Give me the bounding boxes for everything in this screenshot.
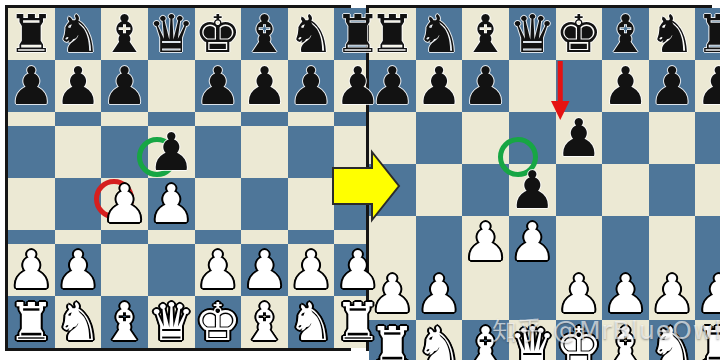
white-knight-b1: ♞ xyxy=(416,320,463,360)
square-e5 xyxy=(556,164,603,216)
square-c8: ♝ xyxy=(101,8,148,60)
black-bishop-f8: ♝ xyxy=(602,8,649,60)
white-bishop-c1: ♝ xyxy=(101,296,148,348)
chessboard-left: ♜♞♝♛♚♝♞♜♟♟♟♟♟♟♟♟♟♟♟♟♟♟♟♟♜♞♝♛♚♝♞♜ xyxy=(5,5,351,351)
square-c8: ♝ xyxy=(462,8,509,60)
watermark: 知乎 @MrBlueOwl xyxy=(492,314,720,347)
square-h2: ♟ xyxy=(695,268,720,320)
square-b6 xyxy=(416,112,463,164)
black-bishop-c8: ♝ xyxy=(462,8,509,60)
square-f7: ♟ xyxy=(602,60,649,112)
black-knight-b8: ♞ xyxy=(55,8,102,60)
square-e5 xyxy=(195,126,242,178)
square-c7: ♟ xyxy=(462,60,509,112)
square-c4: ♟ xyxy=(462,216,509,268)
move-arrow-e6 xyxy=(539,51,582,136)
white-pawn-a2: ♟ xyxy=(369,268,416,320)
square-a1: ♜ xyxy=(8,296,55,348)
black-pawn-b7: ♟ xyxy=(55,60,102,112)
square-g6 xyxy=(649,112,696,164)
square-f2: ♟ xyxy=(241,244,288,296)
square-g8: ♞ xyxy=(288,8,335,60)
square-g4 xyxy=(649,216,696,268)
square-b5 xyxy=(55,126,102,178)
square-f2: ♟ xyxy=(602,268,649,320)
square-d7 xyxy=(148,60,195,112)
square-f8: ♝ xyxy=(241,8,288,60)
square-d8: ♛ xyxy=(148,8,195,60)
square-h4 xyxy=(695,216,720,268)
square-a2: ♟ xyxy=(8,244,55,296)
square-d5: ♟ xyxy=(148,126,195,178)
square-c1: ♝ xyxy=(101,296,148,348)
square-b7: ♟ xyxy=(416,60,463,112)
white-rook-a1: ♜ xyxy=(8,296,55,348)
square-a7: ♟ xyxy=(8,60,55,112)
square-a1: ♜ xyxy=(369,320,416,360)
white-pawn-f2: ♟ xyxy=(241,244,288,296)
black-bishop-f8: ♝ xyxy=(241,8,288,60)
black-pawn-b7: ♟ xyxy=(416,60,463,112)
square-b1: ♞ xyxy=(416,320,463,360)
square-f1: ♝ xyxy=(241,296,288,348)
black-pawn-a7: ♟ xyxy=(8,60,55,112)
black-king-e8: ♚ xyxy=(195,8,242,60)
white-pawn-h2: ♟ xyxy=(695,268,720,320)
black-bishop-c8: ♝ xyxy=(101,8,148,60)
black-pawn-f7: ♟ xyxy=(602,60,649,112)
square-f5 xyxy=(602,164,649,216)
square-g1: ♞ xyxy=(288,296,335,348)
white-pawn-c4: ♟ xyxy=(462,216,509,268)
black-rook-h8: ♜ xyxy=(695,8,720,60)
square-f5 xyxy=(241,126,288,178)
white-knight-g1: ♞ xyxy=(288,296,335,348)
square-a5 xyxy=(8,126,55,178)
white-pawn-b2: ♟ xyxy=(416,268,463,320)
black-rook-a8: ♜ xyxy=(8,8,55,60)
white-pawn-b2: ♟ xyxy=(55,244,102,296)
square-e4 xyxy=(195,178,242,230)
square-b2: ♟ xyxy=(55,244,102,296)
square-a4 xyxy=(8,178,55,230)
square-b4 xyxy=(416,216,463,268)
square-h5 xyxy=(695,164,720,216)
square-g7: ♟ xyxy=(649,60,696,112)
square-g5 xyxy=(649,164,696,216)
square-d4: ♟ xyxy=(509,216,556,268)
transition-arrow-icon xyxy=(330,146,402,230)
black-knight-b8: ♞ xyxy=(416,8,463,60)
black-rook-a8: ♜ xyxy=(369,8,416,60)
white-pawn-d4: ♟ xyxy=(509,216,556,268)
square-c2 xyxy=(101,244,148,296)
square-e7: ♟ xyxy=(195,60,242,112)
square-a7: ♟ xyxy=(369,60,416,112)
white-bishop-f1: ♝ xyxy=(241,296,288,348)
black-knight-g8: ♞ xyxy=(288,8,335,60)
white-pawn-e2: ♟ xyxy=(195,244,242,296)
white-pawn-f2: ♟ xyxy=(602,268,649,320)
white-pawn-c4: ♟ xyxy=(101,178,148,230)
square-c2 xyxy=(462,268,509,320)
white-queen-d1: ♛ xyxy=(148,296,195,348)
black-queen-d8: ♛ xyxy=(148,8,195,60)
square-e4 xyxy=(556,216,603,268)
black-pawn-h7: ♟ xyxy=(695,60,720,112)
square-a8: ♜ xyxy=(369,8,416,60)
square-c4: ♟ xyxy=(101,178,148,230)
square-g2: ♟ xyxy=(649,268,696,320)
white-pawn-e2: ♟ xyxy=(556,268,603,320)
white-rook-a1: ♜ xyxy=(369,320,416,360)
square-f4 xyxy=(602,216,649,268)
yellow-right-arrow-shape xyxy=(333,152,399,220)
white-king-e1: ♚ xyxy=(195,296,242,348)
black-knight-g8: ♞ xyxy=(649,8,696,60)
square-d2 xyxy=(148,244,195,296)
black-pawn-f7: ♟ xyxy=(241,60,288,112)
square-d4: ♟ xyxy=(148,178,195,230)
white-knight-b1: ♞ xyxy=(55,296,102,348)
white-pawn-d4: ♟ xyxy=(148,178,195,230)
black-pawn-d5: ♟ xyxy=(148,126,195,178)
square-g8: ♞ xyxy=(649,8,696,60)
square-h8: ♜ xyxy=(695,8,720,60)
chessboard-right: ♜♞♝♛♚♝♞♜♟♟♟♟♟♟♟♟♟♟♟♟♟♟♟♟♜♞♝♛♚♝♞♜ xyxy=(366,5,712,351)
square-g7: ♟ xyxy=(288,60,335,112)
square-e8: ♚ xyxy=(195,8,242,60)
square-g2: ♟ xyxy=(288,244,335,296)
white-pawn-g2: ♟ xyxy=(288,244,335,296)
square-c5 xyxy=(462,164,509,216)
square-d1: ♛ xyxy=(148,296,195,348)
square-b1: ♞ xyxy=(55,296,102,348)
white-pawn-g2: ♟ xyxy=(649,268,696,320)
square-g4 xyxy=(288,178,335,230)
black-pawn-a7: ♟ xyxy=(369,60,416,112)
square-h7: ♟ xyxy=(695,60,720,112)
square-c7: ♟ xyxy=(101,60,148,112)
square-b8: ♞ xyxy=(55,8,102,60)
square-b7: ♟ xyxy=(55,60,102,112)
black-pawn-g7: ♟ xyxy=(649,60,696,112)
square-e2: ♟ xyxy=(556,268,603,320)
square-f8: ♝ xyxy=(602,8,649,60)
square-a2: ♟ xyxy=(369,268,416,320)
square-d5: ♟ xyxy=(509,164,556,216)
black-pawn-e7: ♟ xyxy=(195,60,242,112)
square-f7: ♟ xyxy=(241,60,288,112)
black-pawn-c7: ♟ xyxy=(101,60,148,112)
square-f6 xyxy=(602,112,649,164)
square-d2 xyxy=(509,268,556,320)
black-pawn-d5: ♟ xyxy=(509,164,556,216)
square-e2: ♟ xyxy=(195,244,242,296)
square-b8: ♞ xyxy=(416,8,463,60)
white-pawn-a2: ♟ xyxy=(8,244,55,296)
square-g5 xyxy=(288,126,335,178)
square-b2: ♟ xyxy=(416,268,463,320)
square-a8: ♜ xyxy=(8,8,55,60)
black-pawn-g7: ♟ xyxy=(288,60,335,112)
black-pawn-c7: ♟ xyxy=(462,60,509,112)
square-f4 xyxy=(241,178,288,230)
square-e1: ♚ xyxy=(195,296,242,348)
square-h6 xyxy=(695,112,720,164)
square-b5 xyxy=(416,164,463,216)
